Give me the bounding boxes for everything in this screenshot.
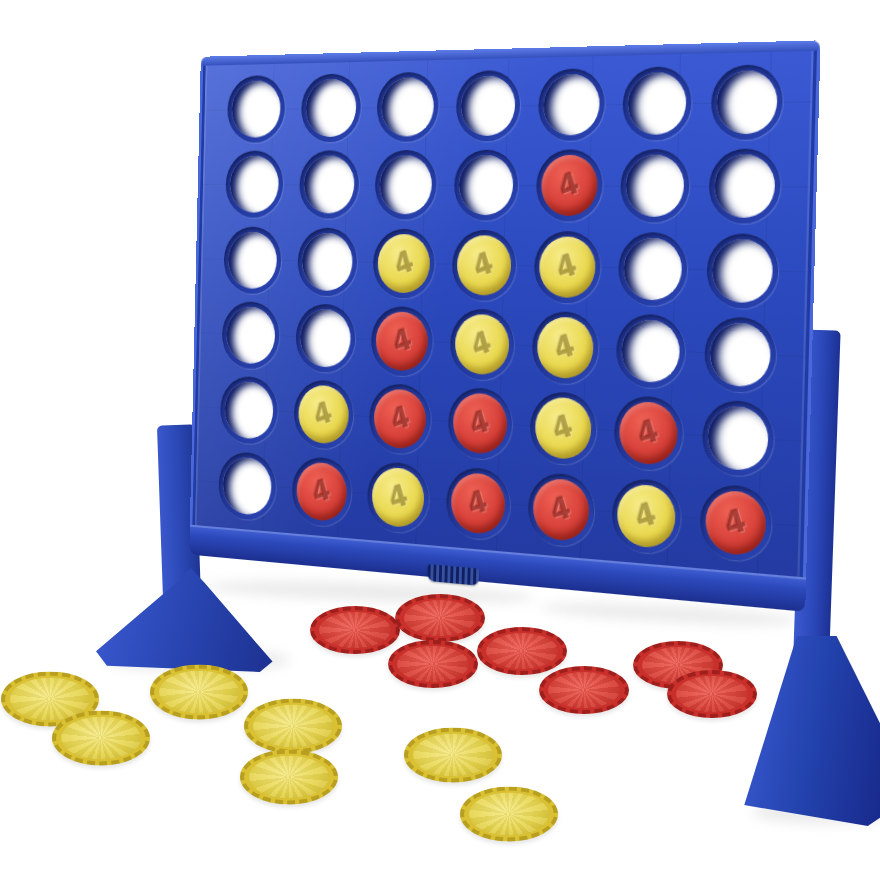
disc-top-face bbox=[249, 756, 329, 799]
yellow-disc: 4 bbox=[538, 236, 595, 298]
empty-hole bbox=[305, 79, 357, 138]
embossed-digit: 4 bbox=[388, 402, 413, 436]
cell-r1c4[interactable] bbox=[447, 65, 530, 146]
ratchet-gear-icon bbox=[427, 564, 479, 586]
hole-ring bbox=[622, 66, 692, 140]
red-disc: 4 bbox=[452, 393, 507, 456]
empty-hole bbox=[542, 74, 600, 136]
disc-top-face bbox=[253, 705, 333, 748]
hole-ring: 4 bbox=[446, 466, 511, 541]
disc-top-face bbox=[61, 717, 141, 760]
embossed-digit: 4 bbox=[465, 486, 491, 521]
empty-hole bbox=[230, 156, 280, 213]
empty-hole bbox=[303, 156, 355, 214]
hole-ring bbox=[455, 70, 520, 142]
board-wrap: 444444444444444444 bbox=[189, 40, 820, 611]
cell-r1c7[interactable] bbox=[700, 59, 793, 144]
embossed-digit: 4 bbox=[389, 324, 414, 358]
board-grid: 444444444444444444 bbox=[210, 59, 793, 568]
empty-hole bbox=[301, 232, 353, 291]
hole-ring: 4 bbox=[531, 311, 599, 385]
cell-r1c5[interactable] bbox=[528, 63, 615, 145]
yellow-disc: 4 bbox=[298, 385, 349, 446]
loose-disc-yellow[interactable] bbox=[404, 728, 502, 783]
hole-ring bbox=[301, 73, 362, 142]
cell-r5c1[interactable] bbox=[212, 371, 287, 450]
embossed-digit: 4 bbox=[471, 248, 497, 283]
loose-disc-yellow[interactable] bbox=[52, 711, 150, 766]
hole-ring bbox=[618, 232, 688, 307]
disc-top-face bbox=[486, 633, 558, 669]
hole-ring: 4 bbox=[452, 229, 517, 301]
cell-r2c7[interactable] bbox=[698, 144, 791, 229]
cell-r1c6[interactable] bbox=[612, 61, 702, 145]
hole-ring: 4 bbox=[371, 306, 434, 378]
loose-disc-yellow[interactable] bbox=[460, 787, 558, 842]
embossed-digit: 4 bbox=[467, 407, 493, 442]
loose-disc-red[interactable] bbox=[539, 666, 629, 714]
red-disc: 4 bbox=[450, 472, 505, 536]
disc-top-face bbox=[159, 671, 239, 714]
yellow-disc: 4 bbox=[617, 483, 676, 549]
red-disc: 4 bbox=[705, 489, 767, 557]
empty-hole bbox=[460, 76, 515, 137]
cell-r4c1[interactable] bbox=[214, 297, 289, 375]
embossed-digit: 4 bbox=[634, 416, 662, 452]
loose-disc-red[interactable] bbox=[310, 606, 400, 654]
empty-hole bbox=[300, 309, 351, 369]
disc-top-face bbox=[548, 672, 620, 708]
hole-ring bbox=[297, 227, 358, 296]
yellow-disc: 4 bbox=[536, 316, 593, 379]
empty-hole bbox=[228, 231, 278, 289]
hole-ring: 4 bbox=[527, 471, 594, 548]
cell-r4c3[interactable]: 4 bbox=[362, 301, 442, 382]
cell-r6c4[interactable]: 4 bbox=[437, 461, 520, 546]
embossed-digit: 4 bbox=[553, 249, 580, 285]
yellow-disc: 4 bbox=[378, 234, 431, 294]
cell-r6c3[interactable]: 4 bbox=[359, 456, 439, 540]
cell-r5c2[interactable]: 4 bbox=[285, 375, 362, 456]
hole-ring bbox=[225, 151, 284, 218]
empty-hole bbox=[623, 237, 683, 300]
red-disc: 4 bbox=[532, 477, 589, 542]
hole-ring bbox=[222, 301, 281, 370]
hole-ring bbox=[220, 376, 279, 446]
hole-ring: 4 bbox=[535, 150, 603, 222]
empty-hole bbox=[458, 156, 513, 216]
yellow-disc: 4 bbox=[456, 235, 511, 296]
hole-ring bbox=[218, 451, 276, 522]
embossed-digit: 4 bbox=[469, 327, 495, 362]
loose-disc-red[interactable] bbox=[667, 670, 757, 718]
cell-r4c5[interactable]: 4 bbox=[522, 306, 608, 390]
hole-ring bbox=[224, 226, 283, 294]
hole-ring bbox=[377, 72, 440, 142]
cell-r5c4[interactable]: 4 bbox=[439, 382, 522, 466]
cell-r3c4[interactable]: 4 bbox=[443, 225, 526, 306]
empty-hole bbox=[711, 239, 773, 304]
cell-r4c4[interactable]: 4 bbox=[441, 304, 524, 387]
cell-r6c6[interactable]: 4 bbox=[602, 472, 691, 561]
cell-r1c3[interactable] bbox=[368, 67, 448, 146]
hole-ring: 4 bbox=[369, 383, 432, 456]
hole-ring bbox=[710, 64, 783, 140]
hole-ring bbox=[620, 150, 690, 224]
hole-ring bbox=[375, 150, 438, 220]
cell-r2c2[interactable] bbox=[290, 146, 368, 223]
disc-top-face bbox=[676, 676, 748, 712]
cell-r2c1[interactable] bbox=[217, 147, 292, 223]
connect-four-board: 444444444444444444 bbox=[195, 57, 835, 555]
cell-r2c4[interactable] bbox=[445, 146, 528, 226]
hole-ring: 4 bbox=[450, 308, 515, 381]
hole-ring: 4 bbox=[448, 387, 513, 461]
cell-r5c5[interactable]: 4 bbox=[520, 386, 606, 472]
cell-r6c5[interactable]: 4 bbox=[518, 466, 604, 553]
disc-top-face bbox=[404, 600, 476, 636]
hole-ring: 4 bbox=[293, 379, 354, 450]
loose-disc-yellow[interactable] bbox=[244, 699, 342, 754]
red-disc: 4 bbox=[540, 155, 597, 216]
loose-disc-red[interactable] bbox=[388, 640, 478, 688]
empty-hole bbox=[379, 156, 432, 215]
red-disc: 4 bbox=[376, 311, 429, 372]
empty-hole bbox=[627, 72, 687, 135]
hole-ring bbox=[227, 75, 286, 143]
cell-r4c2[interactable] bbox=[287, 299, 364, 379]
cell-r3c6[interactable] bbox=[608, 227, 698, 311]
embossed-digit: 4 bbox=[549, 411, 576, 446]
empty-hole bbox=[226, 306, 276, 365]
hole-ring: 4 bbox=[533, 231, 601, 304]
hole-ring: 4 bbox=[291, 455, 352, 527]
yellow-disc: 4 bbox=[454, 314, 509, 376]
empty-hole bbox=[381, 77, 434, 137]
red-disc: 4 bbox=[374, 389, 427, 451]
disc-top-face bbox=[413, 734, 493, 777]
empty-hole bbox=[223, 456, 273, 516]
hole-ring bbox=[616, 314, 686, 390]
empty-hole bbox=[224, 381, 274, 440]
embossed-digit: 4 bbox=[547, 492, 574, 527]
disc-top-face bbox=[397, 646, 469, 682]
embossed-digit: 4 bbox=[551, 330, 578, 366]
empty-hole bbox=[621, 319, 681, 383]
hole-ring bbox=[453, 150, 518, 221]
red-disc: 4 bbox=[296, 461, 347, 522]
embossed-digit: 4 bbox=[555, 168, 582, 204]
cell-r4c7[interactable] bbox=[694, 311, 787, 399]
embossed-digit: 4 bbox=[721, 504, 750, 540]
cell-r6c2[interactable]: 4 bbox=[283, 451, 360, 533]
cell-r6c7[interactable]: 4 bbox=[689, 478, 782, 569]
cell-r3c1[interactable] bbox=[216, 222, 291, 299]
cell-r1c2[interactable] bbox=[292, 69, 370, 147]
scene: 444444444444444444 bbox=[0, 0, 880, 880]
cell-r3c2[interactable] bbox=[289, 223, 367, 301]
cell-r3c3[interactable]: 4 bbox=[364, 224, 444, 304]
hole-ring bbox=[701, 400, 774, 479]
yellow-disc: 4 bbox=[534, 397, 591, 461]
embossed-digit: 4 bbox=[386, 480, 411, 514]
empty-hole bbox=[707, 406, 769, 473]
yellow-disc: 4 bbox=[372, 466, 425, 529]
cell-r2c6[interactable] bbox=[610, 145, 700, 228]
cell-r4c6[interactable] bbox=[606, 309, 696, 395]
embossed-digit: 4 bbox=[309, 475, 333, 508]
cell-r3c5[interactable]: 4 bbox=[524, 226, 610, 309]
empty-hole bbox=[713, 155, 775, 219]
embossed-digit: 4 bbox=[311, 398, 335, 432]
hole-ring bbox=[706, 233, 779, 309]
cell-r5c7[interactable] bbox=[691, 395, 784, 484]
hole-ring: 4 bbox=[373, 228, 436, 299]
empty-hole bbox=[716, 70, 778, 134]
disc-top-face bbox=[469, 793, 549, 836]
disc-top-face bbox=[319, 612, 391, 648]
empty-hole bbox=[625, 155, 685, 218]
embossed-digit: 4 bbox=[632, 498, 660, 534]
cell-r3c7[interactable] bbox=[696, 228, 789, 314]
hole-ring: 4 bbox=[367, 461, 430, 535]
empty-hole bbox=[231, 80, 281, 138]
cell-r2c5[interactable]: 4 bbox=[526, 145, 613, 227]
right-stand-foot bbox=[740, 636, 880, 826]
cell-r5c3[interactable]: 4 bbox=[360, 378, 440, 460]
cell-r5c6[interactable]: 4 bbox=[604, 390, 694, 477]
loose-disc-red[interactable] bbox=[477, 627, 567, 675]
hole-ring bbox=[708, 149, 781, 224]
board-face: 444444444444444444 bbox=[189, 40, 820, 611]
hole-ring: 4 bbox=[611, 477, 681, 555]
hole-ring: 4 bbox=[614, 395, 684, 472]
cell-r2c3[interactable] bbox=[366, 146, 446, 225]
red-disc: 4 bbox=[619, 401, 679, 466]
cell-r1c1[interactable] bbox=[219, 71, 294, 147]
loose-disc-yellow[interactable] bbox=[240, 750, 338, 805]
loose-disc-red[interactable] bbox=[395, 594, 485, 642]
hole-ring bbox=[537, 68, 605, 141]
hole-ring: 4 bbox=[529, 391, 597, 467]
hole-ring bbox=[704, 316, 777, 393]
hole-ring: 4 bbox=[699, 483, 772, 563]
embossed-digit: 4 bbox=[391, 246, 416, 280]
empty-hole bbox=[709, 322, 771, 388]
cell-r6c1[interactable] bbox=[210, 446, 285, 527]
hole-ring bbox=[295, 303, 356, 373]
loose-disc-yellow[interactable] bbox=[150, 665, 248, 720]
hole-ring bbox=[299, 151, 360, 220]
